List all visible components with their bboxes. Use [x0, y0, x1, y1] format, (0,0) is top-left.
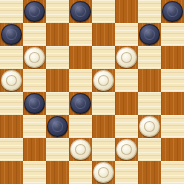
- square-g6[interactable]: [138, 46, 161, 69]
- square-c2[interactable]: [46, 138, 69, 161]
- square-e7[interactable]: [92, 23, 115, 46]
- white-man-piece[interactable]: [139, 116, 160, 137]
- white-man-piece[interactable]: [70, 139, 91, 160]
- square-b3[interactable]: [23, 115, 46, 138]
- square-g7[interactable]: [138, 23, 161, 46]
- square-c7[interactable]: [46, 23, 69, 46]
- square-e8[interactable]: [92, 0, 115, 23]
- square-f6[interactable]: [115, 46, 138, 69]
- white-man-piece[interactable]: [24, 47, 45, 68]
- square-a8[interactable]: [0, 0, 23, 23]
- square-g2[interactable]: [138, 138, 161, 161]
- square-e2[interactable]: [92, 138, 115, 161]
- square-a5[interactable]: [0, 69, 23, 92]
- square-b6[interactable]: [23, 46, 46, 69]
- square-h1[interactable]: [161, 161, 184, 184]
- square-g8[interactable]: [138, 0, 161, 23]
- square-f5[interactable]: [115, 69, 138, 92]
- square-a4[interactable]: [0, 92, 23, 115]
- square-c1[interactable]: [46, 161, 69, 184]
- square-g4[interactable]: [138, 92, 161, 115]
- square-d4[interactable]: [69, 92, 92, 115]
- square-b1[interactable]: [23, 161, 46, 184]
- square-h5[interactable]: [161, 69, 184, 92]
- square-h6[interactable]: [161, 46, 184, 69]
- square-a3[interactable]: [0, 115, 23, 138]
- square-e4[interactable]: [92, 92, 115, 115]
- square-a1[interactable]: [0, 161, 23, 184]
- square-c8[interactable]: [46, 0, 69, 23]
- square-c6[interactable]: [46, 46, 69, 69]
- square-a7[interactable]: [0, 23, 23, 46]
- square-f4[interactable]: [115, 92, 138, 115]
- square-a2[interactable]: [0, 138, 23, 161]
- black-man-piece[interactable]: [47, 116, 68, 137]
- square-h8[interactable]: [161, 0, 184, 23]
- square-b2[interactable]: [23, 138, 46, 161]
- square-e6[interactable]: [92, 46, 115, 69]
- white-man-piece[interactable]: [116, 139, 137, 160]
- white-man-piece[interactable]: [93, 70, 114, 91]
- square-g5[interactable]: [138, 69, 161, 92]
- square-g3[interactable]: [138, 115, 161, 138]
- square-c3[interactable]: [46, 115, 69, 138]
- black-man-piece[interactable]: [70, 1, 91, 22]
- square-h7[interactable]: [161, 23, 184, 46]
- square-b8[interactable]: [23, 0, 46, 23]
- black-man-piece[interactable]: [24, 93, 45, 114]
- square-d5[interactable]: [69, 69, 92, 92]
- square-h2[interactable]: [161, 138, 184, 161]
- square-g1[interactable]: [138, 161, 161, 184]
- square-d3[interactable]: [69, 115, 92, 138]
- square-f3[interactable]: [115, 115, 138, 138]
- square-d1[interactable]: [69, 161, 92, 184]
- square-e1[interactable]: [92, 161, 115, 184]
- square-a6[interactable]: [0, 46, 23, 69]
- square-b5[interactable]: [23, 69, 46, 92]
- square-f7[interactable]: [115, 23, 138, 46]
- square-b7[interactable]: [23, 23, 46, 46]
- square-b4[interactable]: [23, 92, 46, 115]
- black-man-piece[interactable]: [139, 24, 160, 45]
- square-c4[interactable]: [46, 92, 69, 115]
- square-h3[interactable]: [161, 115, 184, 138]
- white-man-piece[interactable]: [1, 70, 22, 91]
- black-man-piece[interactable]: [70, 93, 91, 114]
- white-man-piece[interactable]: [93, 162, 114, 183]
- square-d2[interactable]: [69, 138, 92, 161]
- square-h4[interactable]: [161, 92, 184, 115]
- square-f1[interactable]: [115, 161, 138, 184]
- black-man-piece[interactable]: [24, 1, 45, 22]
- checkers-board: [0, 0, 184, 184]
- white-man-piece[interactable]: [116, 47, 137, 68]
- square-f2[interactable]: [115, 138, 138, 161]
- square-f8[interactable]: [115, 0, 138, 23]
- square-c5[interactable]: [46, 69, 69, 92]
- square-e5[interactable]: [92, 69, 115, 92]
- square-d8[interactable]: [69, 0, 92, 23]
- square-d7[interactable]: [69, 23, 92, 46]
- square-d6[interactable]: [69, 46, 92, 69]
- black-man-piece[interactable]: [1, 24, 22, 45]
- square-e3[interactable]: [92, 115, 115, 138]
- black-man-piece[interactable]: [162, 1, 183, 22]
